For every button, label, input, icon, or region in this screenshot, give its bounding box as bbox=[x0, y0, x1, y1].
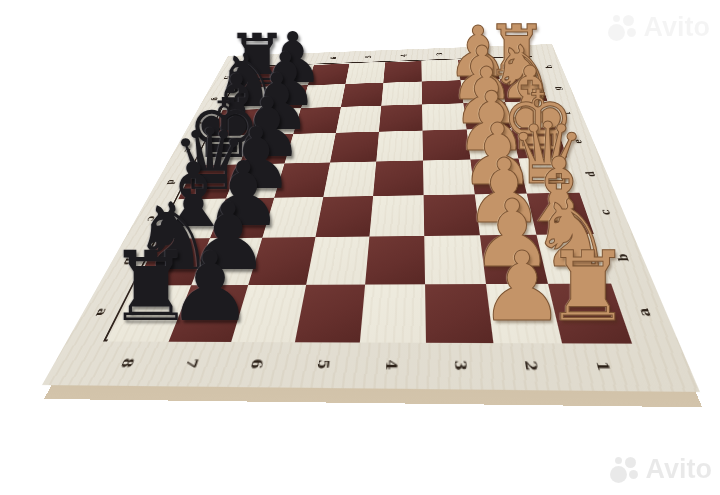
watermark-bottom-right: Avito bbox=[610, 454, 713, 485]
watermark-top-right: Avito bbox=[608, 12, 711, 43]
watermark-text: Avito bbox=[644, 12, 711, 43]
avito-logo-icon bbox=[610, 455, 640, 485]
avito-logo-icon bbox=[608, 13, 638, 43]
piece-black-pawn-a7[interactable]: ♟ bbox=[167, 239, 253, 335]
watermark-text: Avito bbox=[646, 454, 713, 485]
piece-white-rook-a1[interactable]: ♜ bbox=[545, 239, 631, 335]
pieces-layer: ♜♟♟♜♞♟♟♞♝♟♟♝♚♟♟♚♛♟♟♛♝♟♟♝♞♟♟♞♜♟♟♜ bbox=[0, 0, 720, 495]
photo-stage: 88aa77bb66cc55dd44ee33ff22gg11hh ♜♟♟♜♞♟♟… bbox=[0, 0, 720, 495]
